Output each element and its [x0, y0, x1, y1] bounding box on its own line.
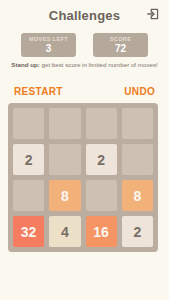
exit-button[interactable] — [145, 8, 161, 24]
empty-cell — [13, 108, 44, 139]
undo-button[interactable]: UNDO — [124, 86, 155, 97]
challenge-tip-text: get best score in limited number of move… — [40, 61, 158, 68]
badge-label: SCORE — [110, 36, 132, 43]
tile-2: 2 — [13, 144, 44, 175]
empty-cell — [86, 108, 117, 139]
empty-cell — [13, 180, 44, 211]
challenge-tip: Stand up: get best score in limited numb… — [0, 61, 169, 68]
sign-in-icon — [146, 7, 160, 25]
stat-badge-moves-left: MOVES LEFT 3 — [21, 33, 76, 57]
empty-cell — [49, 108, 80, 139]
restart-button[interactable]: RESTART — [14, 86, 63, 97]
badge-value: 3 — [46, 43, 52, 54]
tile-16: 16 — [86, 216, 117, 247]
tile-4: 4 — [49, 216, 80, 247]
page-title: Challenges — [0, 8, 169, 23]
game-board[interactable]: 2288324162 — [8, 103, 158, 252]
tile-32: 32 — [13, 216, 44, 247]
stats-row: MOVES LEFT 3 SCORE 72 — [0, 33, 169, 57]
controls-row: RESTART UNDO — [14, 86, 155, 97]
empty-cell — [86, 180, 117, 211]
empty-cell — [122, 108, 153, 139]
challenge-tip-name: Stand up: — [11, 61, 40, 68]
app-screen: Challenges MOVES LEFT 3 SCORE 72 Stand u… — [0, 0, 169, 300]
tile-2: 2 — [86, 144, 117, 175]
empty-cell — [49, 144, 80, 175]
tile-8: 8 — [49, 180, 80, 211]
stat-badge-score: SCORE 72 — [93, 33, 148, 57]
badge-label: MOVES LEFT — [29, 36, 68, 43]
tile-8: 8 — [122, 180, 153, 211]
tile-2: 2 — [122, 216, 153, 247]
badge-value: 72 — [115, 43, 126, 54]
empty-cell — [122, 144, 153, 175]
